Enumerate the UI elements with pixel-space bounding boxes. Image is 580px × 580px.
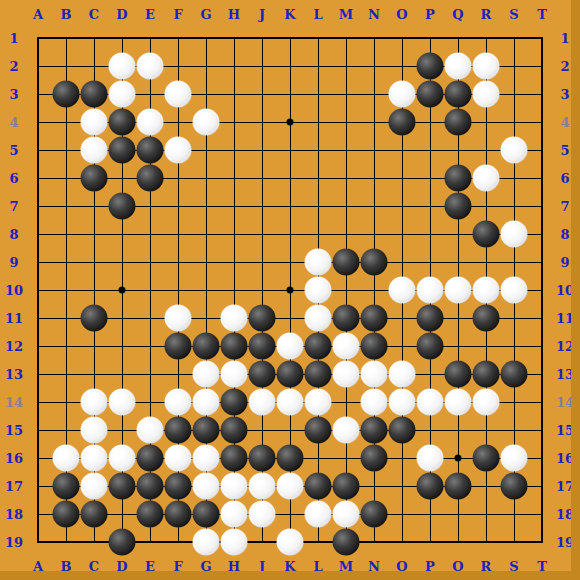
intersection-F4[interactable] (164, 108, 192, 136)
intersection-F18[interactable] (164, 500, 192, 528)
intersection-T13[interactable] (528, 360, 556, 388)
intersection-P11[interactable] (416, 304, 444, 332)
intersection-Q5[interactable] (444, 136, 472, 164)
intersection-M14[interactable] (332, 388, 360, 416)
intersection-M3[interactable] (332, 80, 360, 108)
intersection-C17[interactable] (80, 472, 108, 500)
intersection-L15[interactable] (304, 416, 332, 444)
intersection-K7[interactable] (276, 192, 304, 220)
intersection-R6[interactable] (472, 164, 500, 192)
intersection-Q4[interactable] (444, 108, 472, 136)
intersection-R19[interactable] (472, 528, 500, 556)
intersection-P3[interactable] (416, 80, 444, 108)
intersection-S11[interactable] (500, 304, 528, 332)
intersection-O17[interactable] (388, 472, 416, 500)
intersection-D17[interactable] (108, 472, 136, 500)
intersection-R4[interactable] (472, 108, 500, 136)
intersection-O19[interactable] (388, 528, 416, 556)
intersection-D16[interactable] (108, 444, 136, 472)
intersection-Q18[interactable] (444, 500, 472, 528)
intersection-Q1[interactable] (444, 24, 472, 52)
intersection-S4[interactable] (500, 108, 528, 136)
intersection-G3[interactable] (192, 80, 220, 108)
intersection-F11[interactable] (164, 304, 192, 332)
intersection-C9[interactable] (80, 248, 108, 276)
intersection-F16[interactable] (164, 444, 192, 472)
intersection-O15[interactable] (388, 416, 416, 444)
intersection-K1[interactable] (276, 24, 304, 52)
intersection-B3[interactable] (52, 80, 80, 108)
intersection-R13[interactable] (472, 360, 500, 388)
intersection-T19[interactable] (528, 528, 556, 556)
intersection-L8[interactable] (304, 220, 332, 248)
intersection-A18[interactable] (24, 500, 52, 528)
intersection-C14[interactable] (80, 388, 108, 416)
intersection-T4[interactable] (528, 108, 556, 136)
intersection-S15[interactable] (500, 416, 528, 444)
intersection-C1[interactable] (80, 24, 108, 52)
intersection-B12[interactable] (52, 332, 80, 360)
intersection-D15[interactable] (108, 416, 136, 444)
intersection-J11[interactable] (248, 304, 276, 332)
intersection-J13[interactable] (248, 360, 276, 388)
intersection-J7[interactable] (248, 192, 276, 220)
intersection-E17[interactable] (136, 472, 164, 500)
intersection-O10[interactable] (388, 276, 416, 304)
intersection-H15[interactable] (220, 416, 248, 444)
intersection-J14[interactable] (248, 388, 276, 416)
intersection-O8[interactable] (388, 220, 416, 248)
intersection-F3[interactable] (164, 80, 192, 108)
intersection-D4[interactable] (108, 108, 136, 136)
intersection-K3[interactable] (276, 80, 304, 108)
intersection-L5[interactable] (304, 136, 332, 164)
intersection-B11[interactable] (52, 304, 80, 332)
intersection-N2[interactable] (360, 52, 388, 80)
intersection-C12[interactable] (80, 332, 108, 360)
intersection-T17[interactable] (528, 472, 556, 500)
intersection-F10[interactable] (164, 276, 192, 304)
intersection-R16[interactable] (472, 444, 500, 472)
intersection-O12[interactable] (388, 332, 416, 360)
intersection-D6[interactable] (108, 164, 136, 192)
intersection-K8[interactable] (276, 220, 304, 248)
intersection-O7[interactable] (388, 192, 416, 220)
intersection-J16[interactable] (248, 444, 276, 472)
intersection-R7[interactable] (472, 192, 500, 220)
intersection-D1[interactable] (108, 24, 136, 52)
intersection-O1[interactable] (388, 24, 416, 52)
intersection-D5[interactable] (108, 136, 136, 164)
intersection-K18[interactable] (276, 500, 304, 528)
intersection-S5[interactable] (500, 136, 528, 164)
intersection-T11[interactable] (528, 304, 556, 332)
intersection-P15[interactable] (416, 416, 444, 444)
intersection-G13[interactable] (192, 360, 220, 388)
intersection-E8[interactable] (136, 220, 164, 248)
intersection-E13[interactable] (136, 360, 164, 388)
intersection-J2[interactable] (248, 52, 276, 80)
intersection-N8[interactable] (360, 220, 388, 248)
intersection-R11[interactable] (472, 304, 500, 332)
intersection-G14[interactable] (192, 388, 220, 416)
intersection-N13[interactable] (360, 360, 388, 388)
intersection-S10[interactable] (500, 276, 528, 304)
intersection-A7[interactable] (24, 192, 52, 220)
intersection-L11[interactable] (304, 304, 332, 332)
intersection-L16[interactable] (304, 444, 332, 472)
intersection-M4[interactable] (332, 108, 360, 136)
intersection-M5[interactable] (332, 136, 360, 164)
intersection-S1[interactable] (500, 24, 528, 52)
intersection-B19[interactable] (52, 528, 80, 556)
intersection-G5[interactable] (192, 136, 220, 164)
intersection-H2[interactable] (220, 52, 248, 80)
intersection-H6[interactable] (220, 164, 248, 192)
intersection-L9[interactable] (304, 248, 332, 276)
intersection-T5[interactable] (528, 136, 556, 164)
intersection-F7[interactable] (164, 192, 192, 220)
intersection-Q9[interactable] (444, 248, 472, 276)
intersection-G6[interactable] (192, 164, 220, 192)
intersection-A9[interactable] (24, 248, 52, 276)
intersection-Q14[interactable] (444, 388, 472, 416)
intersection-E18[interactable] (136, 500, 164, 528)
intersection-D12[interactable] (108, 332, 136, 360)
intersection-O9[interactable] (388, 248, 416, 276)
intersection-G7[interactable] (192, 192, 220, 220)
intersection-K11[interactable] (276, 304, 304, 332)
intersection-M2[interactable] (332, 52, 360, 80)
intersection-N7[interactable] (360, 192, 388, 220)
intersection-C11[interactable] (80, 304, 108, 332)
intersection-K9[interactable] (276, 248, 304, 276)
intersection-E15[interactable] (136, 416, 164, 444)
intersection-C2[interactable] (80, 52, 108, 80)
intersection-J15[interactable] (248, 416, 276, 444)
intersection-H1[interactable] (220, 24, 248, 52)
intersection-P7[interactable] (416, 192, 444, 220)
intersection-K2[interactable] (276, 52, 304, 80)
intersection-R17[interactable] (472, 472, 500, 500)
intersection-L19[interactable] (304, 528, 332, 556)
intersection-K17[interactable] (276, 472, 304, 500)
intersection-F8[interactable] (164, 220, 192, 248)
intersection-N12[interactable] (360, 332, 388, 360)
intersection-N9[interactable] (360, 248, 388, 276)
intersection-T6[interactable] (528, 164, 556, 192)
intersection-O13[interactable] (388, 360, 416, 388)
intersection-T10[interactable] (528, 276, 556, 304)
intersection-R14[interactable] (472, 388, 500, 416)
intersection-J12[interactable] (248, 332, 276, 360)
intersection-E5[interactable] (136, 136, 164, 164)
intersection-J10[interactable] (248, 276, 276, 304)
intersection-Q11[interactable] (444, 304, 472, 332)
intersection-B18[interactable] (52, 500, 80, 528)
intersection-M18[interactable] (332, 500, 360, 528)
intersection-C5[interactable] (80, 136, 108, 164)
intersection-S16[interactable] (500, 444, 528, 472)
intersection-S14[interactable] (500, 388, 528, 416)
intersection-G4[interactable] (192, 108, 220, 136)
intersection-E9[interactable] (136, 248, 164, 276)
intersection-D11[interactable] (108, 304, 136, 332)
intersection-E7[interactable] (136, 192, 164, 220)
intersection-S17[interactable] (500, 472, 528, 500)
intersection-G19[interactable] (192, 528, 220, 556)
intersection-P1[interactable] (416, 24, 444, 52)
intersection-E11[interactable] (136, 304, 164, 332)
intersection-M12[interactable] (332, 332, 360, 360)
intersection-D18[interactable] (108, 500, 136, 528)
intersection-A3[interactable] (24, 80, 52, 108)
intersection-T3[interactable] (528, 80, 556, 108)
intersection-Q12[interactable] (444, 332, 472, 360)
intersection-P2[interactable] (416, 52, 444, 80)
intersection-O11[interactable] (388, 304, 416, 332)
intersection-R1[interactable] (472, 24, 500, 52)
intersection-O14[interactable] (388, 388, 416, 416)
intersection-J9[interactable] (248, 248, 276, 276)
intersection-R12[interactable] (472, 332, 500, 360)
intersection-Q7[interactable] (444, 192, 472, 220)
intersection-Q2[interactable] (444, 52, 472, 80)
intersection-P9[interactable] (416, 248, 444, 276)
intersection-C3[interactable] (80, 80, 108, 108)
intersection-S12[interactable] (500, 332, 528, 360)
intersection-R5[interactable] (472, 136, 500, 164)
intersection-M13[interactable] (332, 360, 360, 388)
intersection-B14[interactable] (52, 388, 80, 416)
intersection-N18[interactable] (360, 500, 388, 528)
intersection-L7[interactable] (304, 192, 332, 220)
intersection-H16[interactable] (220, 444, 248, 472)
intersection-R15[interactable] (472, 416, 500, 444)
intersection-O3[interactable] (388, 80, 416, 108)
intersection-T7[interactable] (528, 192, 556, 220)
intersection-G1[interactable] (192, 24, 220, 52)
intersection-K6[interactable] (276, 164, 304, 192)
intersection-B4[interactable] (52, 108, 80, 136)
intersection-T2[interactable] (528, 52, 556, 80)
intersection-Q15[interactable] (444, 416, 472, 444)
intersection-H3[interactable] (220, 80, 248, 108)
intersection-D9[interactable] (108, 248, 136, 276)
intersection-G16[interactable] (192, 444, 220, 472)
intersection-J1[interactable] (248, 24, 276, 52)
intersection-C18[interactable] (80, 500, 108, 528)
intersection-A1[interactable] (24, 24, 52, 52)
intersection-M11[interactable] (332, 304, 360, 332)
intersection-S6[interactable] (500, 164, 528, 192)
intersection-F19[interactable] (164, 528, 192, 556)
intersection-P6[interactable] (416, 164, 444, 192)
intersection-F5[interactable] (164, 136, 192, 164)
intersection-E16[interactable] (136, 444, 164, 472)
intersection-N3[interactable] (360, 80, 388, 108)
intersection-F17[interactable] (164, 472, 192, 500)
intersection-H19[interactable] (220, 528, 248, 556)
intersection-S8[interactable] (500, 220, 528, 248)
intersection-F12[interactable] (164, 332, 192, 360)
intersection-L17[interactable] (304, 472, 332, 500)
intersection-A10[interactable] (24, 276, 52, 304)
intersection-A4[interactable] (24, 108, 52, 136)
intersection-H7[interactable] (220, 192, 248, 220)
intersection-P18[interactable] (416, 500, 444, 528)
intersection-D2[interactable] (108, 52, 136, 80)
intersection-H9[interactable] (220, 248, 248, 276)
intersection-M6[interactable] (332, 164, 360, 192)
intersection-E12[interactable] (136, 332, 164, 360)
intersection-Q16[interactable] (444, 444, 472, 472)
intersection-G15[interactable] (192, 416, 220, 444)
intersection-N15[interactable] (360, 416, 388, 444)
intersection-M17[interactable] (332, 472, 360, 500)
intersection-N5[interactable] (360, 136, 388, 164)
intersection-G12[interactable] (192, 332, 220, 360)
intersection-L4[interactable] (304, 108, 332, 136)
intersection-Q10[interactable] (444, 276, 472, 304)
intersection-C10[interactable] (80, 276, 108, 304)
intersection-L1[interactable] (304, 24, 332, 52)
intersection-S13[interactable] (500, 360, 528, 388)
intersection-G2[interactable] (192, 52, 220, 80)
intersection-A19[interactable] (24, 528, 52, 556)
intersection-R18[interactable] (472, 500, 500, 528)
intersection-J8[interactable] (248, 220, 276, 248)
intersection-A8[interactable] (24, 220, 52, 248)
intersection-E10[interactable] (136, 276, 164, 304)
intersection-J17[interactable] (248, 472, 276, 500)
intersection-C15[interactable] (80, 416, 108, 444)
intersection-Q3[interactable] (444, 80, 472, 108)
intersection-E2[interactable] (136, 52, 164, 80)
intersection-K4[interactable] (276, 108, 304, 136)
intersection-E4[interactable] (136, 108, 164, 136)
intersection-K13[interactable] (276, 360, 304, 388)
intersection-E6[interactable] (136, 164, 164, 192)
intersection-B1[interactable] (52, 24, 80, 52)
intersection-F14[interactable] (164, 388, 192, 416)
intersection-A11[interactable] (24, 304, 52, 332)
intersection-N4[interactable] (360, 108, 388, 136)
intersection-D7[interactable] (108, 192, 136, 220)
intersection-D14[interactable] (108, 388, 136, 416)
intersection-A14[interactable] (24, 388, 52, 416)
intersection-R2[interactable] (472, 52, 500, 80)
intersection-C16[interactable] (80, 444, 108, 472)
intersection-S2[interactable] (500, 52, 528, 80)
intersection-B10[interactable] (52, 276, 80, 304)
intersection-F13[interactable] (164, 360, 192, 388)
intersection-H18[interactable] (220, 500, 248, 528)
intersection-A5[interactable] (24, 136, 52, 164)
intersection-B15[interactable] (52, 416, 80, 444)
intersection-S9[interactable] (500, 248, 528, 276)
intersection-E19[interactable] (136, 528, 164, 556)
intersection-L2[interactable] (304, 52, 332, 80)
intersection-A2[interactable] (24, 52, 52, 80)
intersection-H12[interactable] (220, 332, 248, 360)
intersection-G10[interactable] (192, 276, 220, 304)
intersection-P5[interactable] (416, 136, 444, 164)
intersection-B16[interactable] (52, 444, 80, 472)
intersection-Q6[interactable] (444, 164, 472, 192)
intersection-H13[interactable] (220, 360, 248, 388)
intersection-C19[interactable] (80, 528, 108, 556)
intersection-B17[interactable] (52, 472, 80, 500)
intersection-S18[interactable] (500, 500, 528, 528)
intersection-B7[interactable] (52, 192, 80, 220)
intersection-H5[interactable] (220, 136, 248, 164)
intersection-F2[interactable] (164, 52, 192, 80)
intersection-T12[interactable] (528, 332, 556, 360)
intersection-H8[interactable] (220, 220, 248, 248)
intersection-L14[interactable] (304, 388, 332, 416)
intersection-H14[interactable] (220, 388, 248, 416)
intersection-M15[interactable] (332, 416, 360, 444)
intersection-J4[interactable] (248, 108, 276, 136)
intersection-N19[interactable] (360, 528, 388, 556)
intersection-C4[interactable] (80, 108, 108, 136)
intersection-G17[interactable] (192, 472, 220, 500)
intersection-A12[interactable] (24, 332, 52, 360)
intersection-B8[interactable] (52, 220, 80, 248)
intersection-P4[interactable] (416, 108, 444, 136)
intersection-B9[interactable] (52, 248, 80, 276)
intersection-G8[interactable] (192, 220, 220, 248)
intersection-O4[interactable] (388, 108, 416, 136)
intersection-G9[interactable] (192, 248, 220, 276)
intersection-P14[interactable] (416, 388, 444, 416)
intersection-F9[interactable] (164, 248, 192, 276)
intersection-D3[interactable] (108, 80, 136, 108)
intersection-G18[interactable] (192, 500, 220, 528)
intersection-T8[interactable] (528, 220, 556, 248)
intersection-E3[interactable] (136, 80, 164, 108)
intersection-L3[interactable] (304, 80, 332, 108)
intersection-N14[interactable] (360, 388, 388, 416)
intersection-T16[interactable] (528, 444, 556, 472)
intersection-P17[interactable] (416, 472, 444, 500)
intersection-A13[interactable] (24, 360, 52, 388)
intersection-L10[interactable] (304, 276, 332, 304)
intersection-C13[interactable] (80, 360, 108, 388)
intersection-F1[interactable] (164, 24, 192, 52)
intersection-C8[interactable] (80, 220, 108, 248)
intersection-P16[interactable] (416, 444, 444, 472)
intersection-Q13[interactable] (444, 360, 472, 388)
intersection-C6[interactable] (80, 164, 108, 192)
intersection-R8[interactable] (472, 220, 500, 248)
intersection-K19[interactable] (276, 528, 304, 556)
intersection-L18[interactable] (304, 500, 332, 528)
intersection-A15[interactable] (24, 416, 52, 444)
intersection-T15[interactable] (528, 416, 556, 444)
intersection-N11[interactable] (360, 304, 388, 332)
intersection-L13[interactable] (304, 360, 332, 388)
intersection-R10[interactable] (472, 276, 500, 304)
intersection-C7[interactable] (80, 192, 108, 220)
intersection-D8[interactable] (108, 220, 136, 248)
intersection-R9[interactable] (472, 248, 500, 276)
intersection-K10[interactable] (276, 276, 304, 304)
intersection-K14[interactable] (276, 388, 304, 416)
intersection-D19[interactable] (108, 528, 136, 556)
intersection-O16[interactable] (388, 444, 416, 472)
